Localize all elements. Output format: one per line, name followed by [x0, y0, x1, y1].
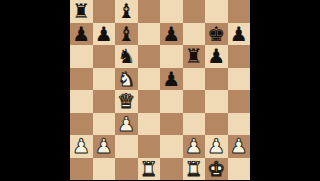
square-b1[interactable] — [93, 158, 116, 181]
black-bishop-icon: ♝ — [117, 0, 135, 23]
square-a3[interactable] — [70, 113, 93, 136]
white-rook-icon: ♜ — [185, 158, 203, 181]
square-b5[interactable] — [93, 68, 116, 91]
square-h2[interactable]: ♟ — [228, 135, 251, 158]
square-h4[interactable] — [228, 90, 251, 113]
black-pawn-icon: ♟ — [72, 23, 90, 46]
square-e6[interactable] — [160, 45, 183, 68]
white-rook-icon: ♜ — [140, 158, 158, 181]
letterbox-left — [0, 0, 70, 180]
square-f2[interactable]: ♟ — [183, 135, 206, 158]
black-rook-icon: ♜ — [72, 0, 90, 23]
white-pawn-icon: ♟ — [95, 135, 113, 158]
square-h5[interactable] — [228, 68, 251, 91]
black-pawn-icon: ♟ — [162, 68, 180, 91]
square-a7[interactable]: ♟ — [70, 23, 93, 46]
square-g7[interactable]: ♚ — [205, 23, 228, 46]
square-f6[interactable]: ♜ — [183, 45, 206, 68]
square-f4[interactable] — [183, 90, 206, 113]
black-king-icon: ♚ — [207, 23, 225, 46]
black-pawn-icon: ♟ — [230, 23, 248, 46]
square-e3[interactable] — [160, 113, 183, 136]
white-pawn-icon: ♟ — [230, 135, 248, 158]
square-g3[interactable] — [205, 113, 228, 136]
chess-board: ♜♝♟♟♝♟♚♟♞♜♟♞♟♛♟♟♟♟♟♟♜♜♚ — [70, 0, 250, 180]
square-c5[interactable]: ♞ — [115, 68, 138, 91]
square-e8[interactable] — [160, 0, 183, 23]
square-c3[interactable]: ♟ — [115, 113, 138, 136]
square-c2[interactable] — [115, 135, 138, 158]
square-a5[interactable] — [70, 68, 93, 91]
square-g2[interactable]: ♟ — [205, 135, 228, 158]
square-f1[interactable]: ♜ — [183, 158, 206, 181]
video-frame: ♜♝♟♟♝♟♚♟♞♜♟♞♟♛♟♟♟♟♟♟♜♜♚ — [0, 0, 320, 180]
square-c6[interactable]: ♞ — [115, 45, 138, 68]
square-b3[interactable] — [93, 113, 116, 136]
square-b8[interactable] — [93, 0, 116, 23]
square-f3[interactable] — [183, 113, 206, 136]
square-c1[interactable] — [115, 158, 138, 181]
square-h1[interactable] — [228, 158, 251, 181]
white-pawn-icon: ♟ — [207, 135, 225, 158]
square-c8[interactable]: ♝ — [115, 0, 138, 23]
square-e4[interactable] — [160, 90, 183, 113]
white-pawn-icon: ♟ — [185, 135, 203, 158]
white-pawn-icon: ♟ — [72, 135, 90, 158]
square-e2[interactable] — [160, 135, 183, 158]
square-d5[interactable] — [138, 68, 161, 91]
square-a4[interactable] — [70, 90, 93, 113]
black-pawn-icon: ♟ — [207, 45, 225, 68]
square-b2[interactable]: ♟ — [93, 135, 116, 158]
square-d8[interactable] — [138, 0, 161, 23]
square-g5[interactable] — [205, 68, 228, 91]
square-g8[interactable] — [205, 0, 228, 23]
square-e5[interactable]: ♟ — [160, 68, 183, 91]
square-d7[interactable] — [138, 23, 161, 46]
square-f5[interactable] — [183, 68, 206, 91]
square-f7[interactable] — [183, 23, 206, 46]
letterbox-right — [250, 0, 320, 180]
white-queen-icon: ♛ — [117, 90, 135, 113]
square-d4[interactable] — [138, 90, 161, 113]
black-knight-icon: ♞ — [117, 45, 135, 68]
white-pawn-icon: ♟ — [117, 113, 135, 136]
square-h3[interactable] — [228, 113, 251, 136]
square-g6[interactable]: ♟ — [205, 45, 228, 68]
square-e7[interactable]: ♟ — [160, 23, 183, 46]
square-a1[interactable] — [70, 158, 93, 181]
square-h7[interactable]: ♟ — [228, 23, 251, 46]
square-b4[interactable] — [93, 90, 116, 113]
square-d3[interactable] — [138, 113, 161, 136]
square-c4[interactable]: ♛ — [115, 90, 138, 113]
square-b7[interactable]: ♟ — [93, 23, 116, 46]
black-rook-icon: ♜ — [185, 45, 203, 68]
square-b6[interactable] — [93, 45, 116, 68]
square-c7[interactable]: ♝ — [115, 23, 138, 46]
square-h6[interactable] — [228, 45, 251, 68]
black-pawn-icon: ♟ — [95, 23, 113, 46]
square-a6[interactable] — [70, 45, 93, 68]
white-knight-icon: ♞ — [117, 68, 135, 91]
square-h8[interactable] — [228, 0, 251, 23]
square-g4[interactable] — [205, 90, 228, 113]
square-a2[interactable]: ♟ — [70, 135, 93, 158]
square-g1[interactable]: ♚ — [205, 158, 228, 181]
square-a8[interactable]: ♜ — [70, 0, 93, 23]
black-pawn-icon: ♟ — [162, 23, 180, 46]
white-king-icon: ♚ — [207, 158, 225, 181]
square-d1[interactable]: ♜ — [138, 158, 161, 181]
square-f8[interactable] — [183, 0, 206, 23]
black-bishop-icon: ♝ — [117, 23, 135, 46]
square-e1[interactable] — [160, 158, 183, 181]
square-d2[interactable] — [138, 135, 161, 158]
square-d6[interactable] — [138, 45, 161, 68]
